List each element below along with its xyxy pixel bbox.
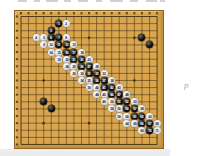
move-number: 11 — [57, 42, 60, 48]
white-stone[interactable]: 45 — [101, 91, 108, 98]
move-number: 43 — [118, 84, 121, 90]
column-coordinate-label — [20, 12, 22, 14]
row-coordinate-label — [16, 44, 18, 46]
clipped-text-fragment — [18, 0, 27, 2]
black-stone[interactable]: 26 — [78, 63, 85, 70]
move-number: 44 — [95, 92, 98, 98]
column-coordinate-label — [103, 12, 105, 14]
goban[interactable]: 1234567891011121314151617181920212223242… — [14, 10, 164, 149]
move-number: 36 — [95, 77, 98, 83]
column-coordinate-label — [149, 12, 151, 14]
white-stone[interactable]: 60 — [123, 113, 130, 120]
move-number: 22 — [80, 56, 83, 62]
move-number: 71 — [155, 127, 158, 133]
black-stone[interactable]: 22 — [78, 56, 85, 63]
move-number: 10 — [50, 42, 53, 48]
hoshi-point — [42, 122, 45, 125]
move-number: 50 — [110, 99, 113, 105]
move-number: 21 — [72, 56, 75, 62]
white-stone[interactable]: 59 — [116, 113, 123, 120]
hoshi-point — [88, 122, 91, 125]
row-coordinate-label — [16, 122, 18, 124]
move-number: 33 — [103, 70, 106, 76]
move-number: 27 — [87, 63, 90, 69]
move-number: 58 — [140, 106, 143, 112]
screenshot-root: 1234567891011121314151617181920212223242… — [0, 0, 200, 156]
column-coordinate-label — [58, 12, 60, 14]
move-number: 25 — [72, 63, 75, 69]
move-number: 56 — [125, 106, 128, 112]
white-stone[interactable]: 63 — [146, 113, 153, 120]
black-stone[interactable]: 31 — [86, 70, 93, 77]
row-coordinate-label — [16, 87, 18, 89]
hoshi-point — [42, 79, 45, 82]
move-number: 12 — [65, 42, 68, 48]
clipped-text-fragment — [130, 0, 138, 2]
move-number: 65 — [133, 120, 136, 126]
move-number: 47 — [118, 92, 121, 98]
move-number: 4 — [35, 35, 37, 41]
column-coordinate-label — [118, 12, 120, 14]
white-stone[interactable]: 18 — [78, 49, 85, 56]
move-number: 9 — [43, 42, 45, 48]
white-stone[interactable]: 19 — [55, 56, 62, 63]
column-coordinate-label — [43, 12, 45, 14]
white-stone[interactable]: 28 — [93, 63, 100, 70]
hoshi-point — [133, 79, 136, 82]
white-stone[interactable]: 64 — [123, 120, 130, 127]
row-coordinate-label — [16, 108, 18, 110]
white-stone[interactable]: 43 — [116, 84, 123, 91]
move-number: 67 — [148, 120, 151, 126]
row-coordinate-label — [16, 58, 18, 60]
move-number: 45 — [103, 92, 106, 98]
clipped-text-fragment — [110, 0, 123, 2]
clipped-text-fragment — [34, 0, 40, 2]
move-number: 61 — [133, 113, 136, 119]
move-number: 17 — [72, 49, 75, 55]
move-number: 57 — [133, 106, 136, 112]
move-number: 3 — [50, 28, 52, 34]
row-coordinate-label — [16, 51, 18, 53]
move-number: 6 — [50, 35, 52, 41]
column-coordinate-label — [141, 12, 143, 14]
move-number: 1 — [58, 20, 60, 26]
move-number: 51 — [118, 99, 121, 105]
white-stone[interactable]: 49 — [101, 98, 108, 105]
white-stone[interactable]: 4 — [33, 34, 40, 41]
hoshi-point — [88, 37, 91, 40]
white-stone[interactable]: 65 — [131, 120, 138, 127]
side-text: p — [184, 80, 189, 90]
move-number: 55 — [118, 106, 121, 112]
row-coordinate-label — [16, 72, 18, 74]
black-stone[interactable]: 70 — [146, 127, 153, 134]
black-stone[interactable]: 3 — [48, 27, 55, 34]
move-number: 7 — [58, 35, 60, 41]
column-coordinate-label — [88, 12, 90, 14]
black-stone[interactable]: 37 — [101, 77, 108, 84]
move-number: 28 — [95, 63, 98, 69]
move-number: 60 — [125, 113, 128, 119]
page-bottom-strip — [0, 149, 170, 156]
black-stone[interactable]: 16 — [63, 49, 70, 56]
move-number: 53 — [133, 99, 136, 105]
row-coordinate-label — [16, 115, 18, 117]
move-number: 23 — [87, 56, 90, 62]
white-stone[interactable]: 33 — [101, 70, 108, 77]
move-number: 2 — [66, 20, 68, 26]
column-coordinate-label — [133, 12, 135, 14]
move-number: 5 — [43, 35, 45, 41]
row-coordinate-label — [16, 30, 18, 32]
move-number: 24 — [65, 63, 68, 69]
row-coordinate-label — [16, 143, 18, 145]
hoshi-point — [133, 37, 136, 40]
move-number: 19 — [57, 56, 60, 62]
move-number: 42 — [110, 84, 113, 90]
move-number: 15 — [57, 49, 60, 55]
move-number: 35 — [87, 77, 90, 83]
move-number: 49 — [103, 99, 106, 105]
black-stone[interactable]: 17 — [70, 49, 77, 56]
column-coordinate-label — [80, 12, 82, 14]
clipped-text-fragment — [146, 0, 157, 2]
white-stone[interactable]: 2 — [63, 20, 70, 27]
move-number: 8 — [66, 35, 68, 41]
move-number: 34 — [80, 77, 83, 83]
black-stone[interactable]: 27 — [86, 63, 93, 70]
move-number: 59 — [118, 113, 121, 119]
clipped-text-fragment — [160, 0, 165, 2]
row-coordinate-label — [16, 101, 18, 103]
white-stone[interactable]: 24 — [63, 63, 70, 70]
black-stone[interactable]: 32 — [93, 70, 100, 77]
move-number: 70 — [148, 127, 151, 133]
row-coordinate-label — [16, 65, 18, 67]
clipped-text-fragment — [64, 0, 71, 2]
move-number: 64 — [125, 120, 128, 126]
row-coordinate-label — [16, 94, 18, 96]
move-number: 46 — [110, 92, 113, 98]
column-coordinate-label — [126, 12, 128, 14]
move-number: 39 — [87, 84, 90, 90]
white-stone[interactable]: 71 — [154, 127, 161, 134]
row-coordinate-label — [16, 136, 18, 138]
row-coordinate-label — [16, 37, 18, 39]
move-number: 40 — [95, 84, 98, 90]
column-coordinate-label — [65, 12, 67, 14]
move-number: 26 — [80, 63, 83, 69]
black-stone[interactable]: 67 — [146, 120, 153, 127]
row-coordinate-label — [16, 23, 18, 25]
white-stone[interactable]: 23 — [86, 56, 93, 63]
white-stone[interactable]: 39 — [86, 84, 93, 91]
black-stone[interactable]: 61 — [131, 113, 138, 120]
move-number: 68 — [155, 120, 158, 126]
clipped-text-fragment — [96, 0, 102, 2]
move-number: 31 — [87, 70, 90, 76]
clipped-text-fragment — [46, 0, 58, 2]
move-number: 52 — [125, 99, 128, 105]
move-number: 38 — [110, 77, 113, 83]
move-number: 32 — [95, 70, 98, 76]
white-stone[interactable]: 20 — [63, 56, 70, 63]
white-stone[interactable]: 30 — [78, 70, 85, 77]
column-coordinate-label — [111, 12, 113, 14]
white-stone[interactable]: 15 — [55, 49, 62, 56]
move-number: 20 — [65, 56, 68, 62]
row-coordinate-label — [16, 16, 18, 18]
black-stone[interactable]: 62 — [138, 113, 145, 120]
column-coordinate-label — [50, 12, 52, 14]
column-coordinate-label — [96, 12, 98, 14]
move-number: 48 — [125, 92, 128, 98]
white-stone[interactable]: 68 — [154, 120, 161, 127]
move-number: 16 — [65, 49, 68, 55]
black-stone[interactable]: 47 — [116, 91, 123, 98]
move-number: 54 — [110, 106, 113, 112]
move-number: 66 — [140, 120, 143, 126]
black-stone[interactable]: 41 — [101, 84, 108, 91]
move-number: 69 — [140, 127, 143, 133]
column-coordinate-label — [28, 12, 30, 14]
move-number: 13 — [72, 42, 75, 48]
move-number: 30 — [80, 70, 83, 76]
white-stone[interactable]: 35 — [86, 77, 93, 84]
move-number: 62 — [140, 113, 143, 119]
column-coordinate-label — [73, 12, 75, 14]
clipped-text-fragment — [78, 0, 88, 2]
move-number: 14 — [50, 49, 53, 55]
move-number: 41 — [103, 84, 106, 90]
move-number: 18 — [80, 49, 83, 55]
column-coordinate-label — [35, 12, 37, 14]
move-number: 29 — [72, 70, 75, 76]
move-number: 37 — [103, 77, 106, 83]
white-stone[interactable]: 14 — [48, 49, 55, 56]
row-coordinate-label — [16, 129, 18, 131]
white-stone[interactable]: 34 — [78, 77, 85, 84]
column-coordinate-label — [156, 12, 158, 14]
row-coordinate-label — [16, 79, 18, 81]
move-number: 63 — [148, 113, 151, 119]
